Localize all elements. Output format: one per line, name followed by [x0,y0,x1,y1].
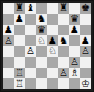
square-b4[interactable] [14,46,25,57]
square-c1[interactable] [25,78,36,89]
square-e7[interactable] [47,14,58,25]
piece-black-pawn: ♟ [48,35,57,45]
square-g7[interactable]: ♛ [69,14,80,25]
square-g8[interactable] [69,3,80,14]
square-f7[interactable] [58,14,69,25]
square-f6[interactable] [58,25,69,36]
piece-white-pawn: ♙ [59,68,68,78]
piece-black-rook: ♜ [59,3,68,13]
square-d3[interactable] [36,57,47,68]
square-f8[interactable]: ♜ [58,3,69,14]
square-c5[interactable] [25,35,36,46]
piece-black-knight: ♞ [37,14,46,24]
piece-black-rook: ♜ [15,3,24,13]
square-a3[interactable] [3,57,14,68]
square-f2[interactable]: ♙ [58,68,69,79]
square-b2[interactable]: ♖ [14,68,25,79]
piece-black-bishop: ♝ [26,3,35,13]
piece-white-knight: ♘ [48,46,57,56]
piece-black-pawn: ♟ [81,35,90,45]
piece-black-pawn: ♟ [15,14,24,24]
square-g5[interactable] [69,35,80,46]
square-c4[interactable]: ♙ [25,46,36,57]
piece-black-knight: ♞ [59,35,68,45]
piece-black-queen: ♛ [70,14,79,24]
square-b3[interactable] [14,57,25,68]
piece-white-king: ♔ [81,78,90,88]
square-c8[interactable]: ♝ [25,3,36,14]
square-c6[interactable] [25,25,36,36]
square-h7[interactable] [80,14,91,25]
square-f4[interactable] [58,46,69,57]
chess-board: ♜♝♜♚♟♞♛♟♛♟♙♘♟♞♟♙♘♙♙♖♙♗♖♔ [3,3,91,89]
square-a6[interactable]: ♟ [3,25,14,36]
square-a5[interactable]: ♙ [3,35,14,46]
square-d8[interactable] [36,3,47,14]
square-h5[interactable]: ♟ [80,35,91,46]
square-g6[interactable]: ♟ [69,25,80,36]
square-d4[interactable] [36,46,47,57]
square-e2[interactable] [47,68,58,79]
square-g1[interactable] [69,78,80,89]
piece-black-queen: ♛ [37,25,46,35]
square-a1[interactable] [3,78,14,89]
square-h8[interactable]: ♚ [80,3,91,14]
square-a4[interactable] [3,46,14,57]
piece-white-rook: ♖ [15,78,24,88]
piece-white-pawn: ♙ [81,46,90,56]
square-h1[interactable]: ♔ [80,78,91,89]
square-e5[interactable]: ♟ [47,35,58,46]
square-a2[interactable] [3,68,14,79]
square-e4[interactable]: ♘ [47,46,58,57]
square-g3[interactable]: ♙ [69,57,80,68]
square-c3[interactable] [25,57,36,68]
square-d7[interactable]: ♞ [36,14,47,25]
square-b8[interactable]: ♜ [14,3,25,14]
square-b5[interactable] [14,35,25,46]
square-d2[interactable] [36,68,47,79]
piece-white-knight: ♘ [37,35,46,45]
square-g2[interactable]: ♗ [69,68,80,79]
square-d1[interactable] [36,78,47,89]
square-h4[interactable]: ♙ [80,46,91,57]
square-f1[interactable] [58,78,69,89]
square-e1[interactable] [47,78,58,89]
square-g4[interactable] [69,46,80,57]
piece-white-pawn: ♙ [4,35,13,45]
piece-white-bishop: ♗ [70,68,79,78]
piece-white-pawn: ♙ [26,46,35,56]
piece-black-pawn: ♟ [70,25,79,35]
square-b1[interactable]: ♖ [14,78,25,89]
square-h3[interactable] [80,57,91,68]
square-f3[interactable] [58,57,69,68]
piece-white-pawn: ♙ [70,57,79,67]
piece-black-king: ♚ [81,3,90,13]
square-b7[interactable]: ♟ [14,14,25,25]
square-f5[interactable]: ♞ [58,35,69,46]
square-a8[interactable] [3,3,14,14]
square-c7[interactable] [25,14,36,25]
square-h2[interactable] [80,68,91,79]
chess-board-frame: ♜♝♜♚♟♞♛♟♛♟♙♘♟♞♟♙♘♙♙♖♙♗♖♔ [1,1,93,91]
square-b6[interactable] [14,25,25,36]
square-e8[interactable] [47,3,58,14]
square-e6[interactable] [47,25,58,36]
piece-black-pawn: ♟ [4,25,13,35]
piece-white-rook: ♖ [15,68,24,78]
square-h6[interactable] [80,25,91,36]
square-d6[interactable]: ♛ [36,25,47,36]
square-d5[interactable]: ♘ [36,35,47,46]
square-e3[interactable] [47,57,58,68]
square-c2[interactable] [25,68,36,79]
square-a7[interactable] [3,14,14,25]
